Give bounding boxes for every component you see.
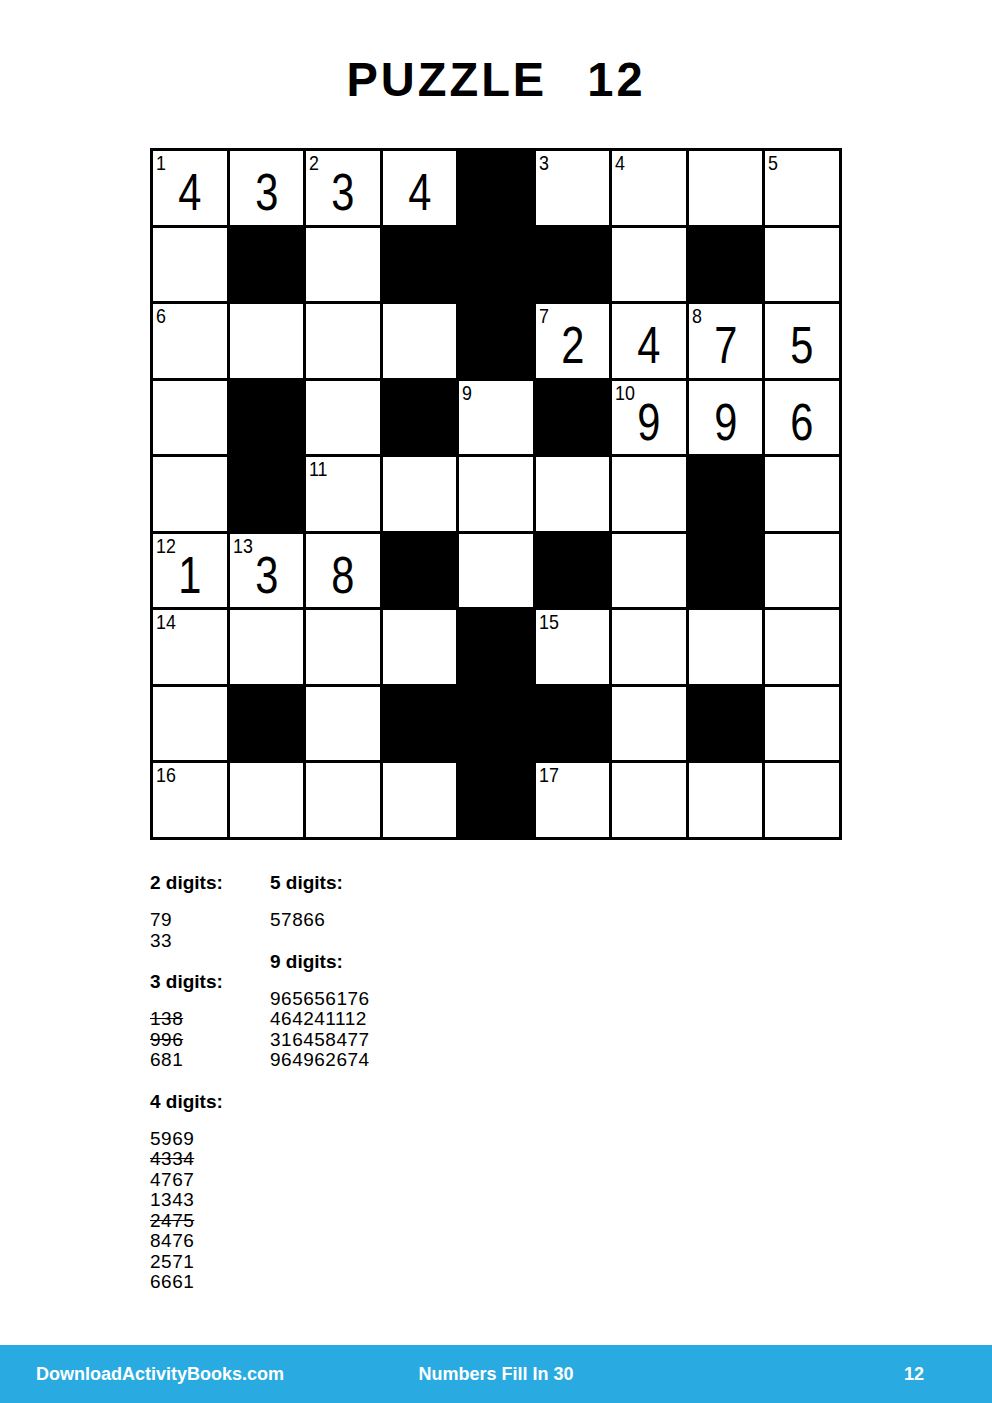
- grid-cell[interactable]: [536, 457, 610, 531]
- black-cell: [459, 151, 533, 225]
- black-cell: [536, 687, 610, 761]
- clue-entry-crossed: 4334: [150, 1149, 262, 1170]
- clue-entry-crossed: 138: [150, 1009, 262, 1030]
- cell-digit: 9: [696, 381, 755, 455]
- black-cell: [383, 228, 457, 302]
- clue-section-heading: 9 digits:: [270, 951, 490, 973]
- black-cell: [459, 763, 533, 837]
- black-cell: [689, 534, 763, 608]
- black-cell: [689, 687, 763, 761]
- clue-number: 3: [539, 152, 549, 173]
- grid-cell[interactable]: [306, 228, 380, 302]
- grid-cell[interactable]: 121: [153, 534, 227, 608]
- black-cell: [383, 687, 457, 761]
- grid-cell[interactable]: [230, 763, 304, 837]
- grid-cell[interactable]: 5: [765, 304, 839, 378]
- grid-cell[interactable]: [153, 381, 227, 455]
- grid-cell[interactable]: [612, 534, 686, 608]
- clue-number: 6: [156, 305, 166, 326]
- grid-cell[interactable]: [383, 457, 457, 531]
- cell-digit: 6: [773, 381, 832, 455]
- black-cell: [536, 381, 610, 455]
- black-cell: [230, 228, 304, 302]
- clue-entry: 6661: [150, 1272, 262, 1293]
- black-cell: [459, 687, 533, 761]
- cell-digit: 4: [390, 151, 449, 225]
- clue-entry: 2571: [150, 1252, 262, 1273]
- clue-entry-list: 7933: [150, 910, 262, 951]
- black-cell: [536, 534, 610, 608]
- grid-cell[interactable]: [765, 228, 839, 302]
- footer-bar: DownloadActivityBooks.com Numbers Fill I…: [0, 1345, 992, 1403]
- black-cell: [383, 381, 457, 455]
- cell-digit: 9: [620, 381, 679, 455]
- grid-cell[interactable]: 4: [383, 151, 457, 225]
- clue-entry-list: 138996681: [150, 1009, 262, 1071]
- clue-entry: 965656176: [270, 989, 490, 1010]
- grid-cell[interactable]: [765, 610, 839, 684]
- grid-cell[interactable]: [306, 381, 380, 455]
- clue-entry: 4767: [150, 1170, 262, 1191]
- clue-section-heading: 4 digits:: [150, 1091, 262, 1113]
- grid-cell[interactable]: [230, 610, 304, 684]
- clue-entry: 964962674: [270, 1050, 490, 1071]
- puzzle-page: PUZZLE 12 143234345672487591099611121133…: [0, 0, 992, 1403]
- cell-digit: 4: [160, 151, 219, 225]
- grid-cell[interactable]: [383, 763, 457, 837]
- grid-cell[interactable]: 14: [153, 610, 227, 684]
- grid-cell[interactable]: 6: [765, 381, 839, 455]
- clue-number: 16: [156, 764, 176, 785]
- grid-cell[interactable]: 8: [306, 534, 380, 608]
- grid-cell[interactable]: [459, 457, 533, 531]
- clue-entry: 57866: [270, 910, 490, 931]
- grid-cell[interactable]: [383, 610, 457, 684]
- clue-number: 9: [462, 382, 472, 403]
- grid-cell[interactable]: 17: [536, 763, 610, 837]
- grid-cell[interactable]: [306, 304, 380, 378]
- clue-number: 14: [156, 611, 176, 632]
- grid-cell[interactable]: 9: [689, 381, 763, 455]
- grid-cell[interactable]: [612, 687, 686, 761]
- grid-cell[interactable]: [153, 228, 227, 302]
- grid-cell[interactable]: 6: [153, 304, 227, 378]
- cell-digit: 3: [313, 151, 372, 225]
- black-cell: [459, 304, 533, 378]
- clue-entry: 33: [150, 931, 262, 952]
- clue-entry: 8476: [150, 1231, 262, 1252]
- black-cell: [230, 687, 304, 761]
- puzzle-grid: 143234345672487591099611121133814151617: [150, 148, 842, 840]
- grid-cell[interactable]: 3: [536, 151, 610, 225]
- footer-page-number: 12: [904, 1364, 924, 1385]
- grid-cell[interactable]: [765, 687, 839, 761]
- grid-cell[interactable]: 9: [459, 381, 533, 455]
- grid-cell[interactable]: 11: [306, 457, 380, 531]
- clue-entry-list: 57866: [270, 910, 490, 931]
- clue-number: 15: [539, 611, 559, 632]
- black-cell: [689, 228, 763, 302]
- grid-cell[interactable]: [612, 228, 686, 302]
- cell-digit: 1: [160, 534, 219, 608]
- footer-site-text: DownloadActivityBooks.com: [36, 1364, 284, 1385]
- clue-number: 17: [539, 764, 559, 785]
- grid-cell[interactable]: 16: [153, 763, 227, 837]
- grid-cell[interactable]: [153, 457, 227, 531]
- cell-digit: 2: [543, 304, 602, 378]
- grid-cell[interactable]: [383, 304, 457, 378]
- grid-cell[interactable]: [153, 687, 227, 761]
- clue-section-heading: 2 digits:: [150, 872, 262, 894]
- cell-digit: 4: [620, 304, 679, 378]
- clues-left-column: 2 digits:79333 digits:1389966814 digits:…: [150, 872, 262, 1313]
- clue-entry: 1343: [150, 1190, 262, 1211]
- grid-cell[interactable]: [689, 763, 763, 837]
- grid-cell[interactable]: [612, 763, 686, 837]
- clues-right-column: 5 digits:578669 digits:96565617646424111…: [270, 872, 490, 1091]
- clue-entry-list: 59694334476713432475847625716661: [150, 1129, 262, 1293]
- clue-number: 11: [309, 458, 328, 479]
- grid-cell[interactable]: [230, 304, 304, 378]
- cell-digit: 3: [237, 534, 296, 608]
- grid-cell[interactable]: [306, 763, 380, 837]
- clue-section-heading: 3 digits:: [150, 971, 262, 993]
- grid-cell[interactable]: 109: [612, 381, 686, 455]
- clue-entry: 5969: [150, 1129, 262, 1150]
- clue-section-heading: 5 digits:: [270, 872, 490, 894]
- clue-entry: 464241112: [270, 1009, 490, 1030]
- clue-entry-crossed: 2475: [150, 1211, 262, 1232]
- grid-cell[interactable]: 4: [612, 304, 686, 378]
- clue-entry-list: 965656176464241112316458477964962674: [270, 989, 490, 1071]
- grid-cell[interactable]: [765, 763, 839, 837]
- clue-entry: 316458477: [270, 1030, 490, 1051]
- black-cell: [459, 610, 533, 684]
- grid-cell[interactable]: 4: [612, 151, 686, 225]
- black-cell: [536, 228, 610, 302]
- cell-digit: 5: [773, 304, 832, 378]
- grid-cell[interactable]: [306, 610, 380, 684]
- clue-entry-crossed: 996: [150, 1030, 262, 1051]
- page-title: PUZZLE 12: [0, 55, 992, 105]
- grid-cell[interactable]: [459, 534, 533, 608]
- grid-cell[interactable]: 72: [536, 304, 610, 378]
- grid-cell[interactable]: [612, 610, 686, 684]
- cell-digit: 7: [696, 304, 755, 378]
- grid-cell[interactable]: 87: [689, 304, 763, 378]
- black-cell: [230, 381, 304, 455]
- clue-number: 5: [768, 152, 778, 173]
- grid-cell[interactable]: [612, 457, 686, 531]
- grid-cell[interactable]: 14: [153, 151, 227, 225]
- cell-digit: 3: [237, 151, 296, 225]
- grid-cell[interactable]: [765, 534, 839, 608]
- grid-cell[interactable]: 5: [765, 151, 839, 225]
- black-cell: [230, 457, 304, 531]
- grid-cell[interactable]: [765, 457, 839, 531]
- clue-number: 4: [615, 152, 625, 173]
- grid-cell[interactable]: 15: [536, 610, 610, 684]
- black-cell: [689, 457, 763, 531]
- black-cell: [459, 228, 533, 302]
- clue-entry: 681: [150, 1050, 262, 1071]
- grid-cell[interactable]: [689, 151, 763, 225]
- grid-cell[interactable]: 23: [306, 151, 380, 225]
- grid-cell[interactable]: [306, 687, 380, 761]
- cell-digit: 8: [313, 534, 372, 608]
- clue-entry: 79: [150, 910, 262, 931]
- black-cell: [383, 534, 457, 608]
- grid-cell[interactable]: 133: [230, 534, 304, 608]
- grid-cell[interactable]: 3: [230, 151, 304, 225]
- grid-cell[interactable]: [689, 610, 763, 684]
